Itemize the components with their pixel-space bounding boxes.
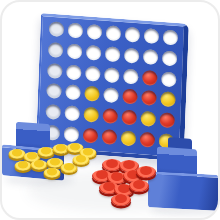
red-disc <box>159 112 175 128</box>
red-disc <box>101 129 117 145</box>
cell-r3c1 <box>44 60 64 82</box>
red-disc <box>141 90 157 106</box>
red-disc <box>82 127 98 143</box>
empty-hole <box>85 45 101 61</box>
empty-hole <box>48 21 64 37</box>
cell-r1c6 <box>141 25 161 47</box>
cell-r4c7 <box>158 89 178 111</box>
right-foot-base <box>148 171 218 211</box>
cell-r6c6 <box>137 128 157 150</box>
red-disc <box>102 108 118 124</box>
empty-hole <box>64 105 80 121</box>
red-disc <box>122 89 138 105</box>
empty-hole <box>161 50 177 66</box>
cell-r1c7 <box>160 27 180 49</box>
empty-hole <box>104 46 120 62</box>
empty-hole <box>66 64 82 80</box>
yellow-disc <box>120 130 136 146</box>
cell-r3c2 <box>63 61 83 83</box>
loose-red-disc <box>129 180 149 192</box>
empty-hole <box>86 24 102 40</box>
cell-r3c5 <box>120 65 140 87</box>
empty-hole <box>65 85 81 101</box>
cell-r2c1 <box>45 39 65 61</box>
empty-hole <box>124 27 140 43</box>
cell-r2c7 <box>159 47 179 69</box>
loose-yellow-disc <box>73 155 90 165</box>
cell-r5c4 <box>100 105 120 127</box>
cell-r4c6 <box>139 87 159 109</box>
empty-hole <box>123 68 139 84</box>
empty-hole <box>105 26 121 42</box>
empty-hole <box>67 23 83 39</box>
cell-r2c6 <box>140 46 160 68</box>
empty-hole <box>47 63 63 79</box>
cell-r5c7 <box>157 109 177 131</box>
loose-red-disc <box>111 194 131 206</box>
empty-hole <box>123 48 139 64</box>
empty-hole <box>103 87 119 103</box>
cell-r2c3 <box>83 42 103 64</box>
loose-red-disc <box>136 166 156 178</box>
empty-hole <box>46 83 62 99</box>
cell-r5c6 <box>138 108 158 130</box>
empty-hole <box>47 42 63 58</box>
cell-r4c2 <box>63 82 83 104</box>
cell-r1c3 <box>84 21 104 43</box>
cell-r6c2 <box>61 123 81 145</box>
loose-yellow-disc <box>15 161 32 171</box>
cell-r4c4 <box>101 84 121 106</box>
empty-hole <box>63 126 79 142</box>
cell-r3c4 <box>101 64 121 86</box>
cell-r2c4 <box>102 43 122 65</box>
cell-r3c7 <box>158 68 178 90</box>
cell-r2c2 <box>64 40 84 62</box>
empty-hole <box>85 65 101 81</box>
red-disc <box>142 70 158 86</box>
cell-r1c1 <box>46 18 66 40</box>
cell-r3c6 <box>139 67 159 89</box>
cell-r6c4 <box>99 126 119 148</box>
loose-yellow-disc <box>44 168 61 178</box>
cell-r5c1 <box>43 101 63 123</box>
loose-yellow-disc <box>61 163 78 173</box>
red-disc <box>121 109 137 125</box>
cell-r3c3 <box>82 62 102 84</box>
red-disc <box>139 131 155 147</box>
empty-hole <box>45 104 61 120</box>
connect-four-product-photo <box>0 0 220 220</box>
empty-hole <box>104 67 120 83</box>
cell-r1c2 <box>65 20 85 42</box>
cell-r1c5 <box>122 24 142 46</box>
cell-r4c5 <box>120 86 140 108</box>
yellow-disc <box>84 86 100 102</box>
yellow-disc <box>140 111 156 127</box>
cell-r4c3 <box>82 83 102 105</box>
cell-r6c3 <box>80 124 100 146</box>
cell-r5c3 <box>81 104 101 126</box>
cell-r5c5 <box>119 106 139 128</box>
empty-hole <box>162 30 178 46</box>
cell-r4c1 <box>44 80 64 102</box>
yellow-disc <box>83 107 99 123</box>
cell-r1c4 <box>103 23 123 45</box>
cell-r5c2 <box>62 102 82 124</box>
empty-hole <box>66 43 82 59</box>
empty-hole <box>161 71 177 87</box>
connect-four-board <box>36 13 189 161</box>
empty-hole <box>142 49 158 65</box>
yellow-disc <box>160 92 176 108</box>
empty-hole <box>143 28 159 44</box>
cell-r2c5 <box>121 45 141 67</box>
cell-r6c5 <box>118 127 138 149</box>
